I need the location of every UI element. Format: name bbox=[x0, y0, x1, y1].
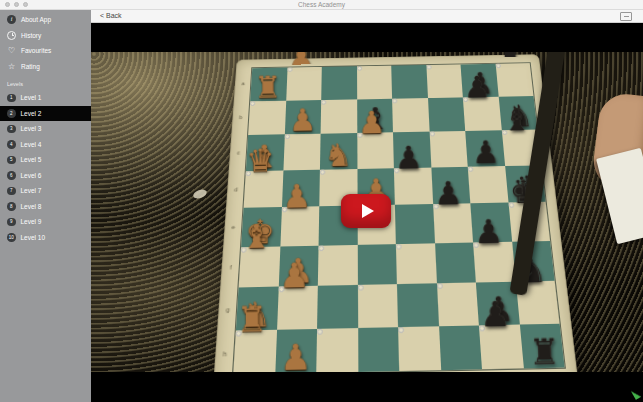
level-number-icon: 1 bbox=[7, 94, 16, 103]
square-f6 bbox=[434, 242, 475, 283]
white-bishop: ♝ bbox=[246, 141, 283, 173]
file-label: a bbox=[236, 67, 250, 100]
square-c6 bbox=[429, 131, 434, 136]
level-number-icon: 5 bbox=[7, 156, 16, 165]
file-label: g bbox=[219, 288, 236, 331]
square-c2 bbox=[284, 134, 289, 139]
level-label: Level 7 bbox=[21, 187, 42, 194]
square-f5 bbox=[396, 243, 402, 249]
file-label: b bbox=[233, 100, 248, 135]
square-f2: ♟ bbox=[278, 245, 318, 286]
notes-card bbox=[596, 148, 643, 245]
file-label: f bbox=[222, 247, 238, 288]
square-d2 bbox=[281, 169, 320, 207]
info-icon: i bbox=[7, 15, 16, 24]
square-c4: ♟ bbox=[357, 133, 362, 138]
square-f3 bbox=[318, 245, 324, 251]
square-a4 bbox=[357, 66, 362, 70]
sidebar-item-level-3[interactable]: 3Level 3 bbox=[0, 121, 91, 137]
sidebar-nav: iAbout AppHistory♡Favourites☆Rating bbox=[0, 12, 91, 74]
level-number-icon: 4 bbox=[7, 140, 16, 149]
square-c3: ♞ bbox=[320, 133, 357, 169]
square-a2: ♟ bbox=[287, 67, 292, 71]
levels-section-label: Levels bbox=[0, 74, 91, 90]
fullscreen-icon[interactable] bbox=[620, 12, 632, 21]
sidebar-item-label: About App bbox=[21, 16, 51, 23]
sidebar-item-rating[interactable]: ☆Rating bbox=[0, 59, 91, 75]
sidebar-item-level-9[interactable]: 9Level 9 bbox=[0, 214, 91, 230]
square-a8: ♜ bbox=[495, 64, 500, 68]
sidebar-item-label: Favourites bbox=[21, 47, 51, 54]
square-d6 bbox=[431, 166, 470, 204]
board-grid: ♜♟♟♜♟♝♟♞♝♞♟♟♝♛♟♟♛♚♟♟♚♝♟♟♞♟♟♞♜♟♟♜ bbox=[232, 62, 566, 372]
white-rook: ♜ bbox=[250, 72, 286, 102]
square-f7: ♟ bbox=[473, 242, 479, 248]
rank-label: 8 bbox=[524, 370, 567, 372]
black-rook: ♜ bbox=[496, 52, 500, 69]
square-d1: ♛ bbox=[246, 171, 252, 176]
square-h2: ♟ bbox=[275, 328, 317, 372]
level-number-icon: 9 bbox=[7, 218, 16, 227]
clock-icon bbox=[7, 31, 16, 40]
sidebar-item-label: Rating bbox=[21, 63, 40, 70]
square-h4 bbox=[358, 327, 400, 372]
video-toolbar: < Back bbox=[91, 9, 643, 23]
square-g2: ♟ bbox=[278, 286, 284, 292]
square-c7: ♟ bbox=[465, 130, 504, 166]
square-a5 bbox=[391, 65, 427, 98]
sidebar-item-level-2[interactable]: 2Level 2 bbox=[0, 106, 91, 122]
square-h3 bbox=[317, 328, 323, 334]
square-b7: ♟ bbox=[463, 97, 468, 102]
square-g4 bbox=[357, 285, 363, 291]
sidebar-item-level-7[interactable]: 7Level 7 bbox=[0, 183, 91, 199]
square-c1: ♝ bbox=[246, 134, 284, 170]
square-h8: ♜ bbox=[519, 323, 564, 368]
square-d5: ♟ bbox=[394, 168, 399, 173]
square-h7: ♟ bbox=[479, 325, 485, 331]
square-e6: ♟ bbox=[433, 204, 439, 209]
level-label: Level 4 bbox=[21, 141, 42, 148]
star-icon: ☆ bbox=[7, 62, 16, 71]
file-label: c bbox=[231, 135, 246, 171]
file-label: h bbox=[216, 331, 233, 372]
square-c8: ♝ bbox=[501, 130, 507, 135]
square-d3 bbox=[320, 169, 325, 174]
level-number-icon: 10 bbox=[7, 233, 16, 242]
sidebar-item-level-10[interactable]: 10Level 10 bbox=[0, 230, 91, 246]
square-h6 bbox=[438, 325, 482, 370]
sidebar-item-favourites[interactable]: ♡Favourites bbox=[0, 43, 91, 59]
sidebar-item-history[interactable]: History bbox=[0, 28, 91, 44]
black-pawn: ♟ bbox=[478, 292, 519, 327]
square-b5 bbox=[392, 98, 397, 103]
white-pawn: ♟ bbox=[284, 105, 321, 136]
level-number-icon: 2 bbox=[7, 109, 16, 118]
back-button[interactable]: < Back bbox=[100, 12, 122, 19]
level-number-icon: 6 bbox=[7, 171, 16, 180]
play-button[interactable] bbox=[341, 194, 391, 228]
white-pawn: ♟ bbox=[278, 254, 318, 289]
square-f1: ♝ bbox=[241, 247, 247, 253]
sidebar-item-label: History bbox=[21, 32, 41, 39]
square-e1: ♚ bbox=[241, 207, 281, 247]
black-pawn: ♟ bbox=[462, 68, 498, 98]
square-g1: ♞ bbox=[236, 287, 278, 330]
white-king: ♚ bbox=[241, 215, 280, 249]
square-d7 bbox=[468, 166, 474, 171]
black-knight: ♞ bbox=[501, 101, 538, 132]
level-number-icon: 3 bbox=[7, 125, 16, 134]
sidebar-item-level-4[interactable]: 4Level 4 bbox=[0, 137, 91, 153]
levels-list: 1Level 12Level 23Level 34Level 45Level 5… bbox=[0, 90, 91, 245]
level-label: Level 3 bbox=[21, 125, 42, 132]
level-label: Level 9 bbox=[21, 218, 42, 225]
video-player: abcdefgh ♜♟♟♜♟♝♟♞♝♞♟♟♝♛♟♟♛♚♟♟♚♝♟♟♞♟♟♞♜♟♟… bbox=[91, 22, 643, 402]
sidebar-item-level-1[interactable]: 1Level 1 bbox=[0, 90, 91, 106]
app-window: Chess Academy iAbout AppHistory♡Favourit… bbox=[0, 0, 643, 402]
level-label: Level 5 bbox=[21, 156, 42, 163]
square-b1 bbox=[250, 101, 255, 106]
mouse-cursor bbox=[631, 388, 641, 400]
level-label: Level 8 bbox=[21, 203, 42, 210]
square-e2: ♟ bbox=[281, 207, 287, 212]
file-label: d bbox=[228, 170, 244, 208]
black-bishop: ♝ bbox=[356, 104, 393, 135]
square-g5 bbox=[397, 283, 439, 326]
square-b2: ♟ bbox=[284, 100, 321, 135]
square-f4 bbox=[357, 244, 397, 285]
square-b6 bbox=[427, 97, 465, 132]
square-a6 bbox=[426, 65, 431, 69]
level-label: Level 1 bbox=[21, 94, 42, 101]
sidebar-item-level-8[interactable]: 8Level 8 bbox=[0, 199, 91, 215]
square-b8: ♞ bbox=[498, 96, 537, 131]
square-b4: ♝ bbox=[357, 98, 393, 133]
white-knight: ♞ bbox=[319, 139, 356, 171]
square-e5 bbox=[395, 204, 435, 243]
window-title: Chess Academy bbox=[0, 0, 643, 9]
sidebar-item-level-5[interactable]: 5Level 5 bbox=[0, 152, 91, 168]
square-h1: ♜ bbox=[236, 330, 242, 336]
heart-icon: ♡ bbox=[7, 46, 16, 55]
square-a3 bbox=[321, 66, 356, 99]
level-number-icon: 7 bbox=[7, 187, 16, 196]
sidebar: iAbout AppHistory♡Favourites☆Rating Leve… bbox=[0, 9, 91, 402]
square-e8: ♚ bbox=[508, 202, 514, 207]
square-a7: ♟ bbox=[461, 64, 499, 97]
sidebar-item-level-6[interactable]: 6Level 6 bbox=[0, 168, 91, 184]
level-label: Level 10 bbox=[21, 234, 46, 241]
sidebar-item-about-app[interactable]: iAbout App bbox=[0, 12, 91, 28]
title-bar: Chess Academy bbox=[0, 0, 643, 10]
square-g6 bbox=[436, 283, 442, 289]
level-label: Level 6 bbox=[21, 172, 42, 179]
white-knight: ♞ bbox=[236, 297, 277, 333]
square-c5 bbox=[393, 132, 431, 168]
square-b3 bbox=[321, 99, 326, 104]
white-pawn: ♟ bbox=[274, 340, 316, 372]
rank-label: 7 bbox=[483, 371, 526, 372]
square-h5 bbox=[398, 326, 404, 332]
black-pawn: ♟ bbox=[467, 136, 505, 168]
fullscreen-icon-dash bbox=[624, 16, 629, 17]
square-e7 bbox=[470, 203, 511, 242]
white-pawn: ♟ bbox=[288, 52, 291, 73]
file-label: e bbox=[225, 208, 241, 247]
play-icon bbox=[362, 204, 374, 218]
stray-object bbox=[192, 188, 208, 200]
level-number-icon: 8 bbox=[7, 202, 16, 211]
black-rook: ♜ bbox=[523, 335, 565, 371]
square-g3 bbox=[317, 285, 358, 328]
square-a1: ♜ bbox=[250, 68, 287, 101]
level-label: Level 2 bbox=[21, 110, 42, 117]
